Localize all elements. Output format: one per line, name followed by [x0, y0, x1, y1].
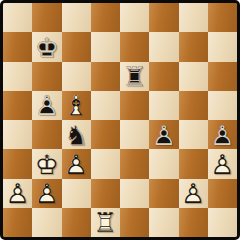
chess-board-window: ♚♔♜♖♟♙♝♗♞♘♟♙♟♙♚♔♟♙♟♙♟♙♟♙♟♙♜♖ [0, 0, 240, 240]
square-f4[interactable]: ♟♙ [149, 120, 178, 149]
square-b5[interactable]: ♟♙ [32, 91, 61, 120]
square-a8[interactable] [3, 3, 32, 32]
square-g4[interactable] [179, 120, 208, 149]
square-e6[interactable]: ♜♖ [120, 62, 149, 91]
square-d8[interactable] [91, 3, 120, 32]
white-pawn-outline: ♙ [62, 149, 91, 178]
square-h7[interactable] [208, 32, 237, 61]
square-a6[interactable] [3, 62, 32, 91]
square-b6[interactable] [32, 62, 61, 91]
black-pawn-outline: ♙ [149, 120, 178, 149]
square-g8[interactable] [179, 3, 208, 32]
square-g6[interactable] [179, 62, 208, 91]
white-rook-outline: ♖ [91, 208, 120, 237]
square-e5[interactable] [120, 91, 149, 120]
square-b4[interactable] [32, 120, 61, 149]
black-knight-outline: ♘ [62, 120, 91, 149]
square-b8[interactable] [32, 3, 61, 32]
square-c8[interactable] [62, 3, 91, 32]
square-g5[interactable] [179, 91, 208, 120]
square-e1[interactable] [120, 208, 149, 237]
square-a5[interactable] [3, 91, 32, 120]
square-h2[interactable] [208, 179, 237, 208]
square-c2[interactable] [62, 179, 91, 208]
chess-board: ♚♔♜♖♟♙♝♗♞♘♟♙♟♙♚♔♟♙♟♙♟♙♟♙♟♙♜♖ [0, 0, 240, 240]
square-e3[interactable] [120, 149, 149, 178]
white-pawn[interactable]: ♟♙ [62, 149, 91, 178]
white-pawn[interactable]: ♟♙ [3, 179, 32, 208]
square-f3[interactable] [149, 149, 178, 178]
square-a3[interactable] [3, 149, 32, 178]
white-king[interactable]: ♚♔ [32, 149, 61, 178]
square-f1[interactable] [149, 208, 178, 237]
square-b3[interactable]: ♚♔ [32, 149, 61, 178]
white-rook[interactable]: ♜♖ [91, 208, 120, 237]
white-pawn[interactable]: ♟♙ [208, 149, 237, 178]
square-f6[interactable] [149, 62, 178, 91]
square-f2[interactable] [149, 179, 178, 208]
white-pawn-outline: ♙ [179, 179, 208, 208]
black-pawn[interactable]: ♟♙ [32, 91, 61, 120]
white-pawn[interactable]: ♟♙ [179, 179, 208, 208]
square-c4[interactable]: ♞♘ [62, 120, 91, 149]
square-h4[interactable]: ♟♙ [208, 120, 237, 149]
white-bishop[interactable]: ♝♗ [62, 91, 91, 120]
square-f8[interactable] [149, 3, 178, 32]
square-b2[interactable]: ♟♙ [32, 179, 61, 208]
black-king-outline: ♔ [32, 32, 61, 61]
square-e7[interactable] [120, 32, 149, 61]
square-d1[interactable]: ♜♖ [91, 208, 120, 237]
square-e8[interactable] [120, 3, 149, 32]
square-h3[interactable]: ♟♙ [208, 149, 237, 178]
square-h1[interactable] [208, 208, 237, 237]
square-c6[interactable] [62, 62, 91, 91]
square-a4[interactable] [3, 120, 32, 149]
square-h8[interactable] [208, 3, 237, 32]
black-pawn-outline: ♙ [32, 91, 61, 120]
square-c5[interactable]: ♝♗ [62, 91, 91, 120]
black-rook[interactable]: ♜♖ [120, 62, 149, 91]
square-g3[interactable] [179, 149, 208, 178]
white-pawn[interactable]: ♟♙ [32, 179, 61, 208]
square-e2[interactable] [120, 179, 149, 208]
white-bishop-outline: ♗ [62, 91, 91, 120]
square-b1[interactable] [32, 208, 61, 237]
black-rook-outline: ♖ [120, 62, 149, 91]
square-g7[interactable] [179, 32, 208, 61]
black-king[interactable]: ♚♔ [32, 32, 61, 61]
square-a1[interactable] [3, 208, 32, 237]
square-d3[interactable] [91, 149, 120, 178]
black-knight[interactable]: ♞♘ [62, 120, 91, 149]
square-e4[interactable] [120, 120, 149, 149]
square-f7[interactable] [149, 32, 178, 61]
square-f5[interactable] [149, 91, 178, 120]
square-g1[interactable] [179, 208, 208, 237]
square-b7[interactable]: ♚♔ [32, 32, 61, 61]
square-a2[interactable]: ♟♙ [3, 179, 32, 208]
square-c7[interactable] [62, 32, 91, 61]
square-c1[interactable] [62, 208, 91, 237]
square-h6[interactable] [208, 62, 237, 91]
white-pawn-outline: ♙ [32, 179, 61, 208]
square-g2[interactable]: ♟♙ [179, 179, 208, 208]
white-king-outline: ♔ [32, 149, 61, 178]
square-c3[interactable]: ♟♙ [62, 149, 91, 178]
square-d5[interactable] [91, 91, 120, 120]
square-a7[interactable] [3, 32, 32, 61]
black-pawn[interactable]: ♟♙ [208, 120, 237, 149]
square-d4[interactable] [91, 120, 120, 149]
square-h5[interactable] [208, 91, 237, 120]
white-pawn-outline: ♙ [3, 179, 32, 208]
black-pawn-outline: ♙ [208, 120, 237, 149]
square-d2[interactable] [91, 179, 120, 208]
square-d7[interactable] [91, 32, 120, 61]
square-d6[interactable] [91, 62, 120, 91]
black-pawn[interactable]: ♟♙ [149, 120, 178, 149]
white-pawn-outline: ♙ [208, 149, 237, 178]
